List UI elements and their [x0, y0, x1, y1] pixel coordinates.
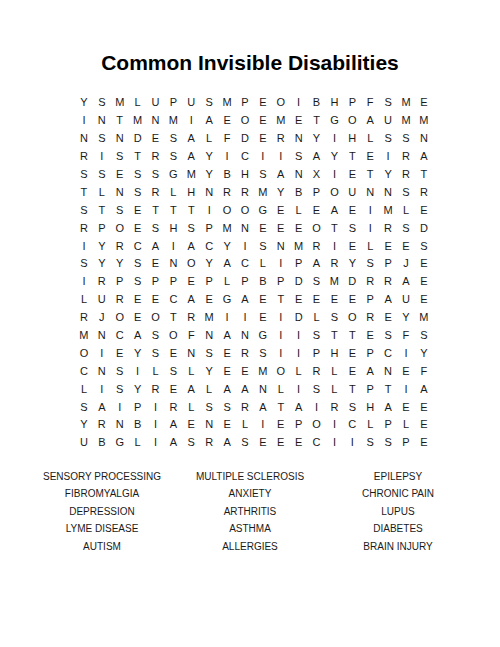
grid-cell-r8c10[interactable]: N	[236, 219, 254, 237]
grid-cell-r9c20[interactable]: S	[415, 237, 433, 255]
grid-cell-r5c18[interactable]: Y	[379, 166, 397, 184]
grid-cell-r16c10[interactable]: E	[236, 362, 254, 380]
grid-cell-r13c18[interactable]: E	[379, 309, 397, 327]
grid-cell-r10c17[interactable]: S	[361, 255, 379, 273]
grid-cell-r7c19[interactable]: L	[397, 201, 415, 219]
grid-cell-r8c4[interactable]: E	[129, 219, 147, 237]
grid-cell-r11c11[interactable]: B	[254, 273, 272, 291]
grid-cell-r16c13[interactable]: L	[290, 362, 308, 380]
grid-cell-r4c2[interactable]: I	[93, 148, 111, 166]
grid-cell-r5c13[interactable]: N	[290, 166, 308, 184]
grid-cell-r16c15[interactable]: L	[325, 362, 343, 380]
grid-cell-r13c3[interactable]: O	[111, 309, 129, 327]
grid-cell-r8c1[interactable]: R	[75, 219, 93, 237]
grid-cell-r19c5[interactable]: I	[147, 416, 165, 434]
grid-cell-r16c12[interactable]: O	[272, 362, 290, 380]
grid-cell-r2c19[interactable]: M	[397, 112, 415, 130]
grid-cell-r11c6[interactable]: P	[164, 273, 182, 291]
grid-cell-r20c1[interactable]: U	[75, 434, 93, 452]
grid-cell-r10c16[interactable]: Y	[343, 255, 361, 273]
grid-cell-r9c14[interactable]: R	[308, 237, 326, 255]
grid-cell-r15c10[interactable]: R	[236, 344, 254, 362]
grid-cell-r7c16[interactable]: E	[343, 201, 361, 219]
grid-cell-r20c16[interactable]: I	[343, 434, 361, 452]
grid-cell-r4c1[interactable]: R	[75, 148, 93, 166]
grid-cell-r4c5[interactable]: R	[147, 148, 165, 166]
grid-cell-r5c11[interactable]: S	[254, 166, 272, 184]
grid-cell-r4c18[interactable]: I	[379, 148, 397, 166]
grid-cell-r4c12[interactable]: I	[272, 148, 290, 166]
grid-cell-r15c8[interactable]: S	[200, 344, 218, 362]
grid-cell-r12c5[interactable]: E	[147, 291, 165, 309]
grid-cell-r4c7[interactable]: A	[182, 148, 200, 166]
grid-cell-r3c16[interactable]: H	[343, 130, 361, 148]
grid-cell-r6c20[interactable]: R	[415, 183, 433, 201]
grid-cell-r12c13[interactable]: E	[290, 291, 308, 309]
grid-cell-r7c1[interactable]: S	[75, 201, 93, 219]
grid-cell-r12c9[interactable]: G	[218, 291, 236, 309]
grid-cell-r3c15[interactable]: I	[325, 130, 343, 148]
grid-cell-r7c17[interactable]: I	[361, 201, 379, 219]
grid-cell-r14c9[interactable]: A	[218, 327, 236, 345]
grid-cell-r9c15[interactable]: I	[325, 237, 343, 255]
grid-cell-r5c1[interactable]: S	[75, 166, 93, 184]
grid-cell-r13c8[interactable]: M	[200, 309, 218, 327]
grid-cell-r20c2[interactable]: B	[93, 434, 111, 452]
grid-cell-r19c2[interactable]: R	[93, 416, 111, 434]
grid-cell-r6c2[interactable]: L	[93, 183, 111, 201]
grid-cell-r8c11[interactable]: E	[254, 219, 272, 237]
grid-cell-r8c15[interactable]: T	[325, 219, 343, 237]
grid-cell-r4c16[interactable]: T	[343, 148, 361, 166]
grid-cell-r19c7[interactable]: E	[182, 416, 200, 434]
grid-cell-r2c1[interactable]: I	[75, 112, 93, 130]
grid-cell-r17c16[interactable]: T	[343, 380, 361, 398]
grid-cell-r10c10[interactable]: C	[236, 255, 254, 273]
grid-cell-r14c18[interactable]: S	[379, 327, 397, 345]
grid-cell-r19c20[interactable]: E	[415, 416, 433, 434]
grid-cell-r9c18[interactable]: E	[379, 237, 397, 255]
grid-cell-r14c5[interactable]: S	[147, 327, 165, 345]
grid-cell-r12c7[interactable]: A	[182, 291, 200, 309]
grid-cell-r1c9[interactable]: M	[218, 94, 236, 112]
grid-cell-r2c15[interactable]: G	[325, 112, 343, 130]
grid-cell-r11c4[interactable]: S	[129, 273, 147, 291]
grid-cell-r12c14[interactable]: E	[308, 291, 326, 309]
grid-cell-r16c19[interactable]: E	[397, 362, 415, 380]
grid-cell-r11c18[interactable]: R	[379, 273, 397, 291]
grid-cell-r2c3[interactable]: T	[111, 112, 129, 130]
grid-cell-r7c11[interactable]: G	[254, 201, 272, 219]
grid-cell-r17c10[interactable]: A	[236, 380, 254, 398]
grid-cell-r18c15[interactable]: R	[325, 398, 343, 416]
grid-cell-r15c6[interactable]: E	[164, 344, 182, 362]
grid-cell-r17c11[interactable]: N	[254, 380, 272, 398]
grid-cell-r2c4[interactable]: M	[129, 112, 147, 130]
grid-cell-r14c7[interactable]: F	[182, 327, 200, 345]
grid-cell-r5c10[interactable]: H	[236, 166, 254, 184]
grid-cell-r3c8[interactable]: L	[200, 130, 218, 148]
grid-cell-r5c12[interactable]: A	[272, 166, 290, 184]
grid-cell-r9c9[interactable]: Y	[218, 237, 236, 255]
grid-cell-r19c19[interactable]: L	[397, 416, 415, 434]
grid-cell-r5c20[interactable]: T	[415, 166, 433, 184]
grid-cell-r16c9[interactable]: E	[218, 362, 236, 380]
grid-cell-r20c10[interactable]: S	[236, 434, 254, 452]
grid-cell-r18c2[interactable]: A	[93, 398, 111, 416]
grid-cell-r5c14[interactable]: X	[308, 166, 326, 184]
grid-cell-r1c19[interactable]: M	[397, 94, 415, 112]
grid-cell-r19c1[interactable]: Y	[75, 416, 93, 434]
grid-cell-r19c16[interactable]: C	[343, 416, 361, 434]
grid-cell-r18c1[interactable]: S	[75, 398, 93, 416]
grid-cell-r14c1[interactable]: M	[75, 327, 93, 345]
grid-cell-r6c3[interactable]: N	[111, 183, 129, 201]
grid-cell-r3c7[interactable]: A	[182, 130, 200, 148]
grid-cell-r16c11[interactable]: M	[254, 362, 272, 380]
grid-cell-r19c11[interactable]: I	[254, 416, 272, 434]
grid-cell-r20c20[interactable]: E	[415, 434, 433, 452]
grid-cell-r15c4[interactable]: Y	[129, 344, 147, 362]
grid-cell-r9c7[interactable]: A	[182, 237, 200, 255]
grid-cell-r6c7[interactable]: H	[182, 183, 200, 201]
grid-cell-r15c17[interactable]: P	[361, 344, 379, 362]
grid-cell-r15c15[interactable]: H	[325, 344, 343, 362]
grid-cell-r14c4[interactable]: A	[129, 327, 147, 345]
grid-cell-r5c8[interactable]: Y	[200, 166, 218, 184]
grid-cell-r18c13[interactable]: A	[290, 398, 308, 416]
grid-cell-r16c6[interactable]: S	[164, 362, 182, 380]
grid-cell-r8c13[interactable]: E	[290, 219, 308, 237]
grid-cell-r16c2[interactable]: N	[93, 362, 111, 380]
grid-cell-r8c16[interactable]: S	[343, 219, 361, 237]
grid-cell-r9c12[interactable]: N	[272, 237, 290, 255]
grid-cell-r14c12[interactable]: I	[272, 327, 290, 345]
grid-cell-r8c17[interactable]: I	[361, 219, 379, 237]
grid-cell-r6c4[interactable]: S	[129, 183, 147, 201]
grid-cell-r13c2[interactable]: J	[93, 309, 111, 327]
grid-cell-r14c17[interactable]: E	[361, 327, 379, 345]
grid-cell-r18c9[interactable]: S	[218, 398, 236, 416]
grid-cell-r3c11[interactable]: E	[254, 130, 272, 148]
grid-cell-r8c14[interactable]: O	[308, 219, 326, 237]
grid-cell-r17c8[interactable]: L	[200, 380, 218, 398]
grid-cell-r19c18[interactable]: P	[379, 416, 397, 434]
grid-cell-r11c1[interactable]: I	[75, 273, 93, 291]
grid-cell-r17c13[interactable]: I	[290, 380, 308, 398]
grid-cell-r3c14[interactable]: Y	[308, 130, 326, 148]
grid-cell-r19c12[interactable]: E	[272, 416, 290, 434]
grid-cell-r4c20[interactable]: A	[415, 148, 433, 166]
grid-cell-r11c15[interactable]: M	[325, 273, 343, 291]
grid-cell-r3c20[interactable]: N	[415, 130, 433, 148]
grid-cell-r9c4[interactable]: C	[129, 237, 147, 255]
grid-cell-r12c17[interactable]: P	[361, 291, 379, 309]
grid-cell-r11c13[interactable]: D	[290, 273, 308, 291]
grid-cell-r8c5[interactable]: S	[147, 219, 165, 237]
grid-cell-r7c4[interactable]: E	[129, 201, 147, 219]
grid-cell-r9c2[interactable]: Y	[93, 237, 111, 255]
grid-cell-r7c3[interactable]: S	[111, 201, 129, 219]
grid-cell-r1c13[interactable]: I	[290, 94, 308, 112]
grid-cell-r11c19[interactable]: A	[397, 273, 415, 291]
grid-cell-r9c8[interactable]: C	[200, 237, 218, 255]
grid-cell-r8c20[interactable]: D	[415, 219, 433, 237]
grid-cell-r16c17[interactable]: A	[361, 362, 379, 380]
grid-cell-r16c7[interactable]: L	[182, 362, 200, 380]
grid-cell-r12c3[interactable]: R	[111, 291, 129, 309]
grid-cell-r17c20[interactable]: A	[415, 380, 433, 398]
grid-cell-r2c2[interactable]: N	[93, 112, 111, 130]
grid-cell-r19c3[interactable]: N	[111, 416, 129, 434]
grid-cell-r11c5[interactable]: P	[147, 273, 165, 291]
grid-cell-r20c15[interactable]: I	[325, 434, 343, 452]
grid-cell-r2c9[interactable]: E	[218, 112, 236, 130]
grid-cell-r5c4[interactable]: S	[129, 166, 147, 184]
grid-cell-r4c10[interactable]: C	[236, 148, 254, 166]
grid-cell-r16c1[interactable]: C	[75, 362, 93, 380]
grid-cell-r1c6[interactable]: P	[164, 94, 182, 112]
grid-cell-r8c9[interactable]: M	[218, 219, 236, 237]
grid-cell-r13c20[interactable]: M	[415, 309, 433, 327]
grid-cell-r2c11[interactable]: E	[254, 112, 272, 130]
grid-cell-r6c12[interactable]: Y	[272, 183, 290, 201]
grid-cell-r9c3[interactable]: R	[111, 237, 129, 255]
grid-cell-r11c20[interactable]: E	[415, 273, 433, 291]
grid-cell-r18c18[interactable]: A	[379, 398, 397, 416]
grid-cell-r18c19[interactable]: E	[397, 398, 415, 416]
grid-cell-r16c8[interactable]: Y	[200, 362, 218, 380]
grid-cell-r19c17[interactable]: L	[361, 416, 379, 434]
grid-cell-r14c8[interactable]: N	[200, 327, 218, 345]
grid-cell-r9c1[interactable]: I	[75, 237, 93, 255]
grid-cell-r6c10[interactable]: R	[236, 183, 254, 201]
grid-cell-r2c8[interactable]: A	[200, 112, 218, 130]
grid-cell-r1c4[interactable]: L	[129, 94, 147, 112]
grid-cell-r14c6[interactable]: O	[164, 327, 182, 345]
grid-cell-r12c10[interactable]: A	[236, 291, 254, 309]
grid-cell-r1c20[interactable]: E	[415, 94, 433, 112]
grid-cell-r2c18[interactable]: U	[379, 112, 397, 130]
grid-cell-r7c5[interactable]: T	[147, 201, 165, 219]
grid-cell-r9c5[interactable]: A	[147, 237, 165, 255]
grid-cell-r1c7[interactable]: U	[182, 94, 200, 112]
grid-cell-r13c11[interactable]: E	[254, 309, 272, 327]
grid-cell-r7c13[interactable]: L	[290, 201, 308, 219]
grid-cell-r20c4[interactable]: L	[129, 434, 147, 452]
grid-cell-r15c18[interactable]: C	[379, 344, 397, 362]
grid-cell-r6c14[interactable]: P	[308, 183, 326, 201]
grid-cell-r15c3[interactable]: E	[111, 344, 129, 362]
grid-cell-r8c19[interactable]: S	[397, 219, 415, 237]
grid-cell-r9c11[interactable]: S	[254, 237, 272, 255]
grid-cell-r13c4[interactable]: E	[129, 309, 147, 327]
grid-cell-r7c9[interactable]: O	[218, 201, 236, 219]
grid-cell-r6c17[interactable]: N	[361, 183, 379, 201]
grid-cell-r1c8[interactable]: S	[200, 94, 218, 112]
grid-cell-r5c7[interactable]: M	[182, 166, 200, 184]
grid-cell-r19c14[interactable]: O	[308, 416, 326, 434]
grid-cell-r7c15[interactable]: A	[325, 201, 343, 219]
grid-cell-r15c20[interactable]: Y	[415, 344, 433, 362]
grid-cell-r1c18[interactable]: S	[379, 94, 397, 112]
grid-cell-r6c11[interactable]: M	[254, 183, 272, 201]
grid-cell-r3c1[interactable]: N	[75, 130, 93, 148]
grid-cell-r4c13[interactable]: S	[290, 148, 308, 166]
grid-cell-r2c6[interactable]: M	[164, 112, 182, 130]
grid-cell-r18c7[interactable]: L	[182, 398, 200, 416]
grid-cell-r14c19[interactable]: F	[397, 327, 415, 345]
grid-cell-r19c10[interactable]: L	[236, 416, 254, 434]
grid-cell-r7c6[interactable]: T	[164, 201, 182, 219]
grid-cell-r10c4[interactable]: S	[129, 255, 147, 273]
grid-cell-r3c3[interactable]: N	[111, 130, 129, 148]
grid-cell-r14c20[interactable]: S	[415, 327, 433, 345]
grid-cell-r11c9[interactable]: L	[218, 273, 236, 291]
grid-cell-r15c13[interactable]: I	[290, 344, 308, 362]
grid-cell-r2c12[interactable]: M	[272, 112, 290, 130]
grid-cell-r6c1[interactable]: T	[75, 183, 93, 201]
grid-cell-r7c20[interactable]: E	[415, 201, 433, 219]
grid-cell-r4c3[interactable]: S	[111, 148, 129, 166]
grid-cell-r3c17[interactable]: L	[361, 130, 379, 148]
grid-cell-r12c15[interactable]: E	[325, 291, 343, 309]
grid-cell-r5c6[interactable]: G	[164, 166, 182, 184]
grid-cell-r4c14[interactable]: A	[308, 148, 326, 166]
grid-cell-r7c2[interactable]: T	[93, 201, 111, 219]
grid-cell-r11c10[interactable]: P	[236, 273, 254, 291]
grid-cell-r20c5[interactable]: I	[147, 434, 165, 452]
grid-cell-r2c10[interactable]: O	[236, 112, 254, 130]
grid-cell-r9c6[interactable]: I	[164, 237, 182, 255]
grid-cell-r19c9[interactable]: E	[218, 416, 236, 434]
grid-cell-r20c9[interactable]: A	[218, 434, 236, 452]
grid-cell-r2c14[interactable]: T	[308, 112, 326, 130]
grid-cell-r19c6[interactable]: A	[164, 416, 182, 434]
grid-cell-r9c13[interactable]: M	[290, 237, 308, 255]
grid-cell-r5c2[interactable]: S	[93, 166, 111, 184]
grid-cell-r7c10[interactable]: O	[236, 201, 254, 219]
grid-cell-r4c6[interactable]: S	[164, 148, 182, 166]
grid-cell-r6c5[interactable]: R	[147, 183, 165, 201]
grid-cell-r9c10[interactable]: I	[236, 237, 254, 255]
grid-cell-r16c18[interactable]: N	[379, 362, 397, 380]
grid-cell-r12c8[interactable]: E	[200, 291, 218, 309]
grid-cell-r16c20[interactable]: F	[415, 362, 433, 380]
grid-cell-r8c7[interactable]: S	[182, 219, 200, 237]
grid-cell-r12c12[interactable]: T	[272, 291, 290, 309]
grid-cell-r17c19[interactable]: I	[397, 380, 415, 398]
grid-cell-r20c19[interactable]: P	[397, 434, 415, 452]
grid-cell-r14c10[interactable]: N	[236, 327, 254, 345]
grid-cell-r17c9[interactable]: A	[218, 380, 236, 398]
grid-cell-r7c18[interactable]: M	[379, 201, 397, 219]
grid-cell-r10c20[interactable]: E	[415, 255, 433, 273]
grid-cell-r15c5[interactable]: S	[147, 344, 165, 362]
grid-cell-r2c7[interactable]: I	[182, 112, 200, 130]
grid-cell-r17c12[interactable]: L	[272, 380, 290, 398]
grid-cell-r13c9[interactable]: I	[218, 309, 236, 327]
grid-cell-r13c16[interactable]: O	[343, 309, 361, 327]
grid-cell-r1c15[interactable]: H	[325, 94, 343, 112]
grid-cell-r19c15[interactable]: I	[325, 416, 343, 434]
grid-cell-r20c8[interactable]: R	[200, 434, 218, 452]
grid-cell-r5c3[interactable]: E	[111, 166, 129, 184]
grid-cell-r12c1[interactable]: L	[75, 291, 93, 309]
grid-cell-r14c2[interactable]: N	[93, 327, 111, 345]
grid-cell-r1c2[interactable]: S	[93, 94, 111, 112]
grid-cell-r14c14[interactable]: S	[308, 327, 326, 345]
grid-cell-r1c16[interactable]: P	[343, 94, 361, 112]
grid-cell-r8c3[interactable]: O	[111, 219, 129, 237]
grid-cell-r10c8[interactable]: Y	[200, 255, 218, 273]
grid-cell-r20c11[interactable]: E	[254, 434, 272, 452]
grid-cell-r7c14[interactable]: E	[308, 201, 326, 219]
grid-cell-r18c8[interactable]: S	[200, 398, 218, 416]
grid-cell-r18c11[interactable]: A	[254, 398, 272, 416]
grid-cell-r1c17[interactable]: F	[361, 94, 379, 112]
grid-cell-r13c1[interactable]: R	[75, 309, 93, 327]
grid-cell-r16c3[interactable]: S	[111, 362, 129, 380]
grid-cell-r15c12[interactable]: I	[272, 344, 290, 362]
grid-cell-r4c9[interactable]: I	[218, 148, 236, 166]
grid-cell-r10c7[interactable]: O	[182, 255, 200, 273]
grid-cell-r3c9[interactable]: F	[218, 130, 236, 148]
grid-cell-r12c6[interactable]: C	[164, 291, 182, 309]
grid-cell-r4c4[interactable]: T	[129, 148, 147, 166]
grid-cell-r14c13[interactable]: I	[290, 327, 308, 345]
grid-cell-r3c18[interactable]: S	[379, 130, 397, 148]
grid-cell-r11c17[interactable]: R	[361, 273, 379, 291]
grid-cell-r4c8[interactable]: Y	[200, 148, 218, 166]
grid-cell-r12c11[interactable]: E	[254, 291, 272, 309]
grid-cell-r13c13[interactable]: D	[290, 309, 308, 327]
grid-cell-r12c2[interactable]: U	[93, 291, 111, 309]
grid-cell-r6c8[interactable]: N	[200, 183, 218, 201]
grid-cell-r10c9[interactable]: A	[218, 255, 236, 273]
grid-cell-r17c18[interactable]: T	[379, 380, 397, 398]
grid-cell-r2c5[interactable]: N	[147, 112, 165, 130]
grid-cell-r10c11[interactable]: L	[254, 255, 272, 273]
grid-cell-r5c16[interactable]: E	[343, 166, 361, 184]
grid-cell-r20c18[interactable]: S	[379, 434, 397, 452]
grid-cell-r1c10[interactable]: P	[236, 94, 254, 112]
grid-cell-r17c7[interactable]: A	[182, 380, 200, 398]
grid-cell-r11c7[interactable]: E	[182, 273, 200, 291]
grid-cell-r14c3[interactable]: C	[111, 327, 129, 345]
grid-cell-r12c19[interactable]: U	[397, 291, 415, 309]
grid-cell-r15c2[interactable]: I	[93, 344, 111, 362]
grid-cell-r15c11[interactable]: S	[254, 344, 272, 362]
grid-cell-r18c10[interactable]: R	[236, 398, 254, 416]
grid-cell-r18c20[interactable]: E	[415, 398, 433, 416]
grid-cell-r1c1[interactable]: Y	[75, 94, 93, 112]
grid-cell-r3c2[interactable]: S	[93, 130, 111, 148]
grid-cell-r4c19[interactable]: R	[397, 148, 415, 166]
grid-cell-r6c19[interactable]: S	[397, 183, 415, 201]
grid-cell-r20c14[interactable]: C	[308, 434, 326, 452]
grid-cell-r11c16[interactable]: D	[343, 273, 361, 291]
grid-cell-r19c13[interactable]: P	[290, 416, 308, 434]
grid-cell-r1c12[interactable]: O	[272, 94, 290, 112]
grid-cell-r12c16[interactable]: E	[343, 291, 361, 309]
grid-cell-r4c15[interactable]: Y	[325, 148, 343, 166]
grid-cell-r18c12[interactable]: T	[272, 398, 290, 416]
grid-cell-r4c11[interactable]: I	[254, 148, 272, 166]
grid-cell-r6c9[interactable]: R	[218, 183, 236, 201]
grid-cell-r3c13[interactable]: N	[290, 130, 308, 148]
grid-cell-r15c9[interactable]: E	[218, 344, 236, 362]
